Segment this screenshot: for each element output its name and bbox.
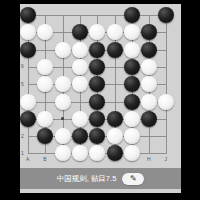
coordinate-label: B <box>43 157 46 162</box>
coordinate-label: 6 <box>21 64 24 69</box>
white-stone <box>89 145 105 161</box>
edit-rules-button[interactable]: ✎ <box>122 173 144 185</box>
rules-bar: 中国规则, 贴目7.5 ✎ <box>20 168 181 189</box>
white-stone <box>55 42 71 58</box>
white-stone <box>89 24 105 40</box>
black-stone <box>89 76 105 92</box>
white-stone <box>124 128 140 144</box>
black-stone <box>89 59 105 75</box>
black-stone <box>141 24 157 40</box>
white-stone <box>20 94 36 110</box>
white-stone <box>124 42 140 58</box>
coordinate-label: 2 <box>21 134 24 139</box>
white-stone <box>37 24 53 40</box>
white-stone <box>72 76 88 92</box>
black-stone <box>89 111 105 127</box>
white-stone <box>55 94 71 110</box>
white-stone <box>55 76 71 92</box>
black-stone <box>72 128 88 144</box>
black-stone <box>72 24 88 40</box>
pencil-icon: ✎ <box>130 175 137 183</box>
black-stone <box>124 76 140 92</box>
white-stone <box>72 59 88 75</box>
white-stone <box>55 145 71 161</box>
white-stone <box>72 111 88 127</box>
black-stone <box>107 111 123 127</box>
black-stone <box>20 7 36 23</box>
black-stone <box>20 111 36 127</box>
coordinate-label: H <box>147 157 151 162</box>
white-stone <box>107 24 123 40</box>
white-stone <box>37 59 53 75</box>
white-stone <box>124 24 140 40</box>
black-stone <box>89 128 105 144</box>
screenshot-root: { "game": "go", "board": { "size": 9, "c… <box>0 0 200 200</box>
coordinate-label: A <box>26 157 29 162</box>
grid-line <box>166 15 167 153</box>
coordinate-label: 5 <box>21 82 24 87</box>
black-stone <box>141 42 157 58</box>
white-stone <box>37 111 53 127</box>
star-point <box>61 117 64 120</box>
white-stone <box>141 94 157 110</box>
white-stone <box>158 94 174 110</box>
black-stone <box>89 42 105 58</box>
coordinate-label: 1 <box>21 151 24 156</box>
white-stone <box>141 76 157 92</box>
coordinate-label: J <box>164 157 167 162</box>
black-stone <box>124 94 140 110</box>
white-stone <box>20 24 36 40</box>
rules-komi-label: 中国规则, 贴目7.5 <box>57 174 117 184</box>
black-stone <box>141 111 157 127</box>
black-stone <box>107 145 123 161</box>
white-stone <box>141 59 157 75</box>
black-stone <box>124 7 140 23</box>
black-stone <box>89 94 105 110</box>
app-panel: ABCDEFGHJ987654321 中国规则, 贴目7.5 ✎ <box>20 4 181 193</box>
black-stone <box>107 42 123 58</box>
white-stone <box>55 128 71 144</box>
white-stone <box>107 128 123 144</box>
white-stone <box>72 145 88 161</box>
black-stone <box>20 42 36 58</box>
white-stone <box>124 111 140 127</box>
black-stone <box>158 7 174 23</box>
go-board[interactable]: ABCDEFGHJ987654321 <box>20 4 181 167</box>
white-stone <box>72 42 88 58</box>
black-stone <box>37 128 53 144</box>
white-stone <box>124 145 140 161</box>
black-stone <box>124 59 140 75</box>
white-stone <box>37 76 53 92</box>
